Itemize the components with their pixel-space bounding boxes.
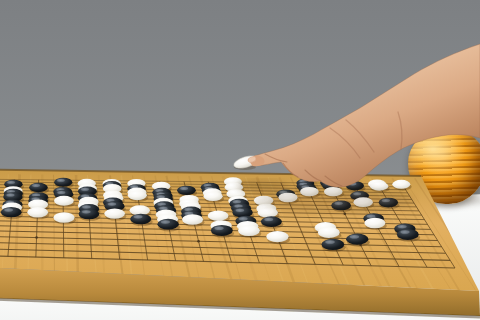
go-photo-scene [0,0,480,320]
hand-placing-stone [0,0,480,320]
hand-and-forearm [246,44,480,187]
